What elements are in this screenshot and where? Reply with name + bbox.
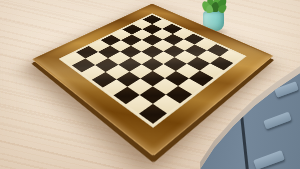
drawer-handle: [274, 81, 299, 97]
drawer-handle: [253, 150, 285, 169]
cabinet-seam: [240, 116, 249, 169]
drawer-handle: [263, 112, 291, 130]
board-grid: [63, 15, 243, 124]
scene-photo: [0, 0, 300, 169]
